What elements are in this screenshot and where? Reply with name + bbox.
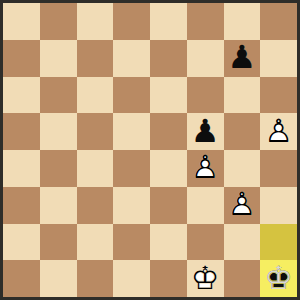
black-pawn-glyph: ♟ — [228, 41, 257, 73]
square-f6[interactable] — [187, 77, 224, 114]
square-d8[interactable] — [113, 3, 150, 40]
square-d7[interactable] — [113, 40, 150, 77]
square-f1[interactable]: ♚♔ — [187, 260, 224, 297]
square-b4[interactable] — [40, 150, 77, 187]
square-h5[interactable]: ♟♙ — [260, 113, 297, 150]
square-b2[interactable] — [40, 224, 77, 261]
square-d6[interactable] — [113, 77, 150, 114]
square-f8[interactable] — [187, 3, 224, 40]
square-b3[interactable] — [40, 187, 77, 224]
square-f3[interactable] — [187, 187, 224, 224]
white-king[interactable]: ♚♔ — [187, 260, 224, 297]
black-pawn[interactable]: ♟ — [224, 40, 261, 77]
black-pawn-glyph: ♟ — [191, 115, 220, 147]
square-e1[interactable] — [150, 260, 187, 297]
square-e3[interactable] — [150, 187, 187, 224]
black-king-outline: ♔ — [264, 262, 293, 294]
square-f5[interactable]: ♟ — [187, 113, 224, 150]
square-b8[interactable] — [40, 3, 77, 40]
square-c6[interactable] — [77, 77, 114, 114]
square-d3[interactable] — [113, 187, 150, 224]
square-h4[interactable] — [260, 150, 297, 187]
square-a8[interactable] — [3, 3, 40, 40]
square-d2[interactable] — [113, 224, 150, 261]
square-e4[interactable] — [150, 150, 187, 187]
black-pawn[interactable]: ♟ — [187, 113, 224, 150]
square-c5[interactable] — [77, 113, 114, 150]
square-a7[interactable] — [3, 40, 40, 77]
square-g1[interactable] — [224, 260, 261, 297]
square-c3[interactable] — [77, 187, 114, 224]
white-pawn[interactable]: ♟♙ — [260, 113, 297, 150]
white-pawn-outline: ♙ — [264, 115, 293, 147]
square-a5[interactable] — [3, 113, 40, 150]
square-h6[interactable] — [260, 77, 297, 114]
white-pawn[interactable]: ♟♙ — [224, 187, 261, 224]
square-f7[interactable] — [187, 40, 224, 77]
square-h8[interactable] — [260, 3, 297, 40]
square-g6[interactable] — [224, 77, 261, 114]
square-h1[interactable]: ♚♔ — [260, 260, 297, 297]
white-pawn[interactable]: ♟♙ — [187, 150, 224, 187]
square-d5[interactable] — [113, 113, 150, 150]
white-pawn-outline: ♙ — [191, 152, 220, 184]
square-c4[interactable] — [77, 150, 114, 187]
chess-board: ♟♟♟♙♟♙♟♙♚♔♚♔ — [3, 3, 297, 297]
white-pawn-outline: ♙ — [228, 188, 257, 220]
chess-board-frame: ♟♟♟♙♟♙♟♙♚♔♚♔ — [0, 0, 300, 300]
square-g3[interactable]: ♟♙ — [224, 187, 261, 224]
square-c7[interactable] — [77, 40, 114, 77]
square-e8[interactable] — [150, 3, 187, 40]
square-e7[interactable] — [150, 40, 187, 77]
square-a4[interactable] — [3, 150, 40, 187]
square-h3[interactable] — [260, 187, 297, 224]
white-king-outline: ♔ — [191, 262, 220, 294]
square-g2[interactable] — [224, 224, 261, 261]
square-d4[interactable] — [113, 150, 150, 187]
square-a1[interactable] — [3, 260, 40, 297]
square-c2[interactable] — [77, 224, 114, 261]
square-c1[interactable] — [77, 260, 114, 297]
square-g8[interactable] — [224, 3, 261, 40]
square-b1[interactable] — [40, 260, 77, 297]
square-d1[interactable] — [113, 260, 150, 297]
square-a3[interactable] — [3, 187, 40, 224]
square-h2[interactable] — [260, 224, 297, 261]
square-e5[interactable] — [150, 113, 187, 150]
square-b6[interactable] — [40, 77, 77, 114]
square-g4[interactable] — [224, 150, 261, 187]
black-king[interactable]: ♚♔ — [260, 260, 297, 297]
square-e6[interactable] — [150, 77, 187, 114]
square-e2[interactable] — [150, 224, 187, 261]
square-a6[interactable] — [3, 77, 40, 114]
square-f4[interactable]: ♟♙ — [187, 150, 224, 187]
square-g5[interactable] — [224, 113, 261, 150]
square-b5[interactable] — [40, 113, 77, 150]
square-c8[interactable] — [77, 3, 114, 40]
square-g7[interactable]: ♟ — [224, 40, 261, 77]
square-h7[interactable] — [260, 40, 297, 77]
square-a2[interactable] — [3, 224, 40, 261]
square-b7[interactable] — [40, 40, 77, 77]
square-f2[interactable] — [187, 224, 224, 261]
